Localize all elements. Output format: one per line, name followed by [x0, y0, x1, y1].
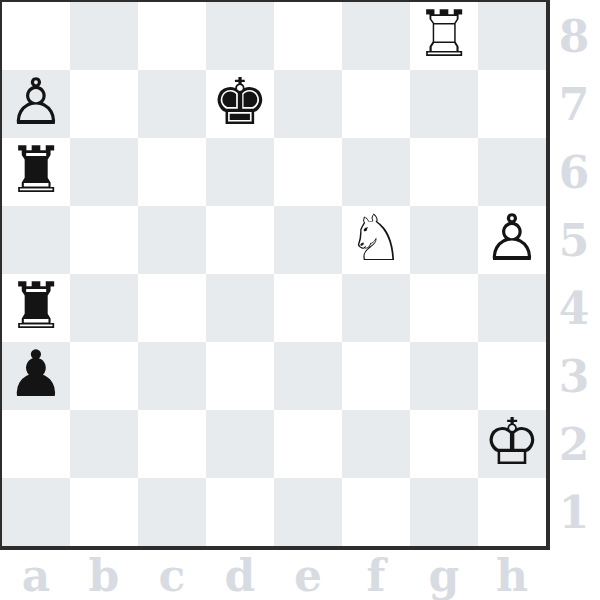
square-d4[interactable] [206, 274, 274, 342]
square-g8[interactable]: ♖ [410, 2, 478, 70]
white-rook[interactable]: ♖ [415, 0, 472, 68]
black-king[interactable]: ♚ [211, 68, 268, 136]
square-g1[interactable] [410, 478, 478, 546]
square-g4[interactable] [410, 274, 478, 342]
square-b6[interactable] [70, 138, 138, 206]
square-h5[interactable]: ♙ [478, 206, 546, 274]
square-h8[interactable] [478, 2, 546, 70]
square-c1[interactable] [138, 478, 206, 546]
square-h7[interactable] [478, 70, 546, 138]
square-d1[interactable] [206, 478, 274, 546]
square-a5[interactable] [2, 206, 70, 274]
file-label-h: h [478, 550, 546, 600]
square-e5[interactable] [274, 206, 342, 274]
square-d8[interactable] [206, 2, 274, 70]
square-d2[interactable] [206, 410, 274, 478]
square-h4[interactable] [478, 274, 546, 342]
square-c4[interactable] [138, 274, 206, 342]
rank-label-6: 6 [552, 138, 596, 206]
square-c2[interactable] [138, 410, 206, 478]
file-label-d: d [206, 550, 274, 600]
square-c3[interactable] [138, 342, 206, 410]
square-d7[interactable]: ♚ [206, 70, 274, 138]
square-b2[interactable] [70, 410, 138, 478]
square-h2[interactable]: ♔ [478, 410, 546, 478]
square-h1[interactable] [478, 478, 546, 546]
chess-diagram: ♖♙♚♜♘♙♜♟♔ abcdefgh 87654321 [0, 0, 600, 600]
square-e1[interactable] [274, 478, 342, 546]
square-f2[interactable] [342, 410, 410, 478]
file-label-f: f [342, 550, 410, 600]
square-b4[interactable] [70, 274, 138, 342]
square-e4[interactable] [274, 274, 342, 342]
square-g2[interactable] [410, 410, 478, 478]
square-e7[interactable] [274, 70, 342, 138]
square-e2[interactable] [274, 410, 342, 478]
file-label-e: e [274, 550, 342, 600]
square-f8[interactable] [342, 2, 410, 70]
black-rook[interactable]: ♜ [7, 136, 64, 204]
square-a2[interactable] [2, 410, 70, 478]
square-h3[interactable] [478, 342, 546, 410]
square-b5[interactable] [70, 206, 138, 274]
square-c7[interactable] [138, 70, 206, 138]
square-a1[interactable] [2, 478, 70, 546]
square-g5[interactable] [410, 206, 478, 274]
square-d3[interactable] [206, 342, 274, 410]
square-e8[interactable] [274, 2, 342, 70]
square-c6[interactable] [138, 138, 206, 206]
square-e6[interactable] [274, 138, 342, 206]
square-a8[interactable] [2, 2, 70, 70]
square-f1[interactable] [342, 478, 410, 546]
rank-label-5: 5 [552, 206, 596, 274]
file-label-g: g [410, 550, 478, 600]
square-a3[interactable]: ♟ [2, 342, 70, 410]
file-labels: abcdefgh [2, 550, 546, 600]
white-knight[interactable]: ♘ [347, 204, 404, 272]
black-rook[interactable]: ♜ [7, 272, 64, 340]
square-c8[interactable] [138, 2, 206, 70]
square-a4[interactable]: ♜ [2, 274, 70, 342]
white-king[interactable]: ♔ [483, 408, 540, 476]
square-d5[interactable] [206, 206, 274, 274]
rank-label-3: 3 [552, 342, 596, 410]
square-f5[interactable]: ♘ [342, 206, 410, 274]
square-h6[interactable] [478, 138, 546, 206]
square-f6[interactable] [342, 138, 410, 206]
square-g7[interactable] [410, 70, 478, 138]
square-f7[interactable] [342, 70, 410, 138]
square-b1[interactable] [70, 478, 138, 546]
rank-label-4: 4 [552, 274, 596, 342]
square-a6[interactable]: ♜ [2, 138, 70, 206]
square-f4[interactable] [342, 274, 410, 342]
file-label-c: c [138, 550, 206, 600]
file-label-b: b [70, 550, 138, 600]
rank-label-7: 7 [552, 70, 596, 138]
rank-labels: 87654321 [552, 2, 596, 546]
white-pawn[interactable]: ♙ [483, 204, 540, 272]
square-g6[interactable] [410, 138, 478, 206]
square-g3[interactable] [410, 342, 478, 410]
square-b8[interactable] [70, 2, 138, 70]
black-pawn[interactable]: ♟ [7, 340, 64, 408]
rank-label-2: 2 [552, 410, 596, 478]
square-a7[interactable]: ♙ [2, 70, 70, 138]
square-d6[interactable] [206, 138, 274, 206]
square-b3[interactable] [70, 342, 138, 410]
square-c5[interactable] [138, 206, 206, 274]
rank-label-1: 1 [552, 478, 596, 546]
square-f3[interactable] [342, 342, 410, 410]
square-e3[interactable] [274, 342, 342, 410]
rank-label-8: 8 [552, 2, 596, 70]
chess-board: ♖♙♚♜♘♙♜♟♔ [0, 0, 550, 550]
square-b7[interactable] [70, 70, 138, 138]
white-pawn[interactable]: ♙ [7, 68, 64, 136]
file-label-a: a [2, 550, 70, 600]
